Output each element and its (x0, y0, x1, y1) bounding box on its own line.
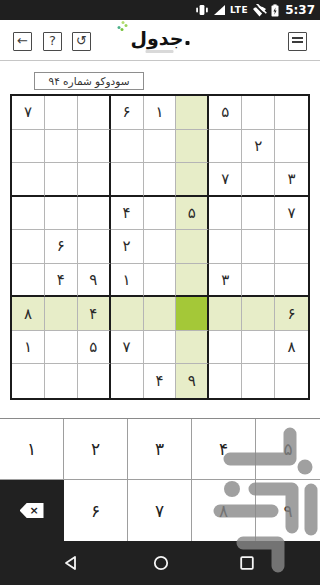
cell-r1c2[interactable] (45, 96, 78, 130)
cell-r1c5[interactable]: ۱ (144, 96, 177, 130)
status-bar: LTE 5:37 (0, 0, 320, 20)
cell-r8c5[interactable] (144, 331, 177, 365)
cell-r9c5[interactable]: ۴ (144, 364, 177, 398)
toolbar: ← ? ↺ جدول (0, 20, 320, 61)
hamburger-menu-icon (289, 37, 306, 43)
clock: 5:37 (285, 3, 315, 17)
cell-r4c2[interactable] (45, 197, 78, 231)
cell-r6c4[interactable]: ۱ (111, 264, 144, 298)
cell-r3c9[interactable]: ۳ (275, 163, 308, 197)
cell-r5c8[interactable] (242, 230, 275, 264)
android-nav-bar (0, 541, 320, 585)
cell-r6c2[interactable]: ۴ (45, 264, 78, 298)
cell-r1c3[interactable] (78, 96, 111, 130)
cell-r4c3[interactable] (78, 197, 111, 231)
key-6[interactable]: ۶ (64, 480, 128, 541)
restart-button[interactable]: ↺ (72, 32, 91, 51)
key-4[interactable]: ۴ (192, 419, 256, 480)
cell-r8c4[interactable]: ۷ (111, 331, 144, 365)
cell-r8c3[interactable]: ۵ (78, 331, 111, 365)
cell-r1c1[interactable]: ۷ (12, 96, 45, 130)
cell-r3c3[interactable] (78, 163, 111, 197)
cell-r2c5[interactable] (144, 130, 177, 164)
cell-r8c8[interactable] (242, 331, 275, 365)
cell-r8c1[interactable]: ۱ (12, 331, 45, 365)
cell-r4c1[interactable] (12, 197, 45, 231)
vibrate-icon (195, 4, 209, 16)
key-3[interactable]: ۳ (128, 419, 192, 480)
cell-r3c4[interactable] (111, 163, 144, 197)
cell-r3c6[interactable] (176, 163, 209, 197)
cell-r1c6[interactable] (176, 96, 209, 130)
key-backspace[interactable]: × (0, 480, 64, 541)
cell-r6c5[interactable] (144, 264, 177, 298)
back-arrow-icon: ← (17, 33, 28, 48)
key-7[interactable]: ۷ (128, 480, 192, 541)
cell-r7c3[interactable]: ۴ (78, 297, 111, 331)
cell-r2c2[interactable] (45, 130, 78, 164)
cell-r3c1[interactable] (12, 163, 45, 197)
logo-sparkle-icon (118, 24, 128, 34)
logo-text: جدول (131, 27, 184, 49)
cell-r5c4[interactable]: ۲ (111, 230, 144, 264)
nav-home-icon[interactable] (152, 554, 170, 576)
cell-r2c9[interactable] (275, 130, 308, 164)
app-logo: جدول (131, 27, 190, 53)
cell-r8c2[interactable] (45, 331, 78, 365)
cell-r7c5[interactable] (144, 297, 177, 331)
cell-r5c6[interactable] (176, 230, 209, 264)
cell-r5c3[interactable] (78, 230, 111, 264)
wifi-off-icon (252, 4, 267, 17)
battery-icon (271, 4, 279, 17)
key-8[interactable]: ۸ (192, 480, 256, 541)
cell-r3c5[interactable] (144, 163, 177, 197)
signal-icon (213, 4, 226, 16)
cell-r1c7[interactable]: ۵ (209, 96, 242, 130)
cell-r6c1[interactable] (12, 264, 45, 298)
cell-r4c9[interactable]: ۷ (275, 197, 308, 231)
cell-r3c7[interactable]: ۷ (209, 163, 242, 197)
puzzle-title: سودوکو شماره ۹۴ (34, 72, 144, 90)
network-type-label: LTE (230, 5, 248, 15)
cell-r6c8[interactable] (242, 264, 275, 298)
key-2[interactable]: ۲ (64, 419, 128, 480)
cell-r9c3[interactable] (78, 364, 111, 398)
cell-r8c6[interactable] (176, 331, 209, 365)
backspace-icon: × (20, 503, 44, 518)
cell-r7c6[interactable] (176, 297, 209, 331)
cell-r2c7[interactable] (209, 130, 242, 164)
cell-r7c4[interactable] (111, 297, 144, 331)
logo-caption (146, 50, 174, 53)
cell-r9c7[interactable] (209, 364, 242, 398)
cell-r6c3[interactable]: ۹ (78, 264, 111, 298)
cell-r5c7[interactable] (209, 230, 242, 264)
sudoku-grid: ۷۶۱۵۲۷۳۴۵۷۶۲۴۹۱۳۸۴۶۱۵۷۸۴۹ (10, 94, 310, 400)
cell-r9c2[interactable] (45, 364, 78, 398)
cell-r4c5[interactable] (144, 197, 177, 231)
cell-r1c8[interactable] (242, 96, 275, 130)
cell-r6c6[interactable] (176, 264, 209, 298)
nav-recents-icon[interactable] (238, 554, 256, 576)
cell-r1c4[interactable]: ۶ (111, 96, 144, 130)
question-icon: ? (49, 33, 56, 48)
cell-r5c5[interactable] (144, 230, 177, 264)
cell-r5c9[interactable] (275, 230, 308, 264)
key-5[interactable]: ۵ (256, 419, 320, 480)
cell-r9c8[interactable] (242, 364, 275, 398)
cell-r3c8[interactable] (242, 163, 275, 197)
cell-r7c7[interactable] (209, 297, 242, 331)
cell-r4c7[interactable] (209, 197, 242, 231)
cell-r7c2[interactable] (45, 297, 78, 331)
cell-r5c2[interactable]: ۶ (45, 230, 78, 264)
cell-r7c9[interactable]: ۶ (275, 297, 308, 331)
cell-r2c3[interactable] (78, 130, 111, 164)
nav-back-icon[interactable] (62, 554, 80, 576)
cell-r2c6[interactable] (176, 130, 209, 164)
cell-r4c4[interactable]: ۴ (111, 197, 144, 231)
restart-icon: ↺ (76, 33, 87, 48)
logo-dot (185, 41, 189, 45)
cell-r9c4[interactable] (111, 364, 144, 398)
cell-r2c8[interactable]: ۲ (242, 130, 275, 164)
keypad: ۱۲۳۴۵×۶۷۸۹ (0, 418, 320, 541)
cell-r8c9[interactable]: ۸ (275, 331, 308, 365)
cell-r6c7[interactable]: ۳ (209, 264, 242, 298)
help-button[interactable]: ? (43, 32, 62, 51)
cell-r7c1[interactable]: ۸ (12, 297, 45, 331)
cell-r3c2[interactable] (45, 163, 78, 197)
cell-r7c8[interactable] (242, 297, 275, 331)
cell-r9c1[interactable] (12, 364, 45, 398)
cell-r2c1[interactable] (12, 130, 45, 164)
key-1[interactable]: ۱ (0, 419, 64, 480)
cell-r8c7[interactable] (209, 331, 242, 365)
cell-r5c1[interactable] (12, 230, 45, 264)
cell-r4c8[interactable] (242, 197, 275, 231)
cell-r9c9[interactable] (275, 364, 308, 398)
cell-r6c9[interactable] (275, 264, 308, 298)
back-button[interactable]: ← (13, 32, 32, 51)
cell-r2c4[interactable] (111, 130, 144, 164)
key-9[interactable]: ۹ (256, 480, 320, 541)
cell-r4c6[interactable]: ۵ (176, 197, 209, 231)
menu-button[interactable] (288, 32, 307, 51)
cell-r9c6[interactable]: ۹ (176, 364, 209, 398)
cell-r1c9[interactable] (275, 96, 308, 130)
